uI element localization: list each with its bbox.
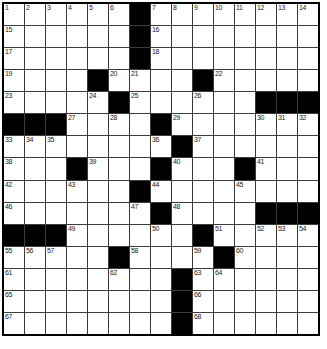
cell-r1c1[interactable]: 1	[4, 4, 24, 25]
cell-r11c15[interactable]: 54	[298, 225, 318, 246]
cell-r15c13[interactable]	[256, 313, 276, 334]
clue-number-11: 11	[236, 4, 243, 12]
cell-r11c7[interactable]	[130, 225, 150, 246]
clue-number-39: 39	[89, 158, 96, 166]
cell-r2c5[interactable]	[88, 26, 108, 47]
clue-number-25: 25	[131, 92, 138, 100]
cell-r8c5[interactable]: 39	[88, 158, 108, 179]
cell-r8c11[interactable]	[214, 158, 234, 179]
cell-r11c12[interactable]	[235, 225, 255, 246]
cell-r1c10[interactable]: 9	[193, 4, 213, 25]
cell-r13c6[interactable]: 62	[109, 269, 129, 290]
block-cell-r11c2	[25, 225, 45, 246]
cell-r10c4[interactable]	[67, 203, 87, 224]
clue-number-31: 31	[278, 114, 285, 122]
clue-number-12: 12	[257, 4, 264, 12]
block-cell-r10c15	[298, 203, 318, 224]
clue-number-34: 34	[26, 136, 33, 144]
cell-r1c4[interactable]: 4	[67, 4, 87, 25]
cell-r14c5[interactable]	[88, 291, 108, 312]
cell-r3c15[interactable]	[298, 48, 318, 69]
cell-r4c14[interactable]	[277, 70, 297, 91]
clue-number-16: 16	[152, 26, 159, 34]
cell-r13c5[interactable]	[88, 269, 108, 290]
cell-r8c3[interactable]	[46, 158, 66, 179]
block-cell-r8c8	[151, 158, 171, 179]
cell-r3c2[interactable]	[25, 48, 45, 69]
cell-r4c6[interactable]: 20	[109, 70, 129, 91]
cell-r10c1[interactable]: 46	[4, 203, 24, 224]
clue-number-66: 66	[194, 291, 201, 299]
cell-r1c2[interactable]: 2	[25, 4, 45, 25]
clue-number-10: 10	[215, 4, 222, 12]
cell-r1c8[interactable]: 7	[151, 4, 171, 25]
cell-r13c11[interactable]: 64	[214, 269, 234, 290]
cell-r12c12[interactable]: 60	[235, 247, 255, 268]
cell-r10c7[interactable]: 47	[130, 203, 150, 224]
cell-r1c13[interactable]: 12	[256, 4, 276, 25]
cell-r15c11[interactable]	[214, 313, 234, 334]
cell-r8c7[interactable]	[130, 158, 150, 179]
cell-r5c3[interactable]	[46, 92, 66, 113]
cell-r12c9[interactable]	[172, 247, 192, 268]
cell-r1c12[interactable]: 11	[235, 4, 255, 25]
clue-number-13: 13	[278, 4, 285, 12]
cell-r12c13[interactable]	[256, 247, 276, 268]
cell-r10c11[interactable]	[214, 203, 234, 224]
clue-number-19: 19	[5, 70, 12, 78]
cell-r7c15[interactable]	[298, 136, 318, 157]
cell-r9c15[interactable]	[298, 181, 318, 202]
cell-r4c9[interactable]	[172, 70, 192, 91]
cell-r14c13[interactable]	[256, 291, 276, 312]
cell-r10c5[interactable]	[88, 203, 108, 224]
clue-number-68: 68	[194, 313, 201, 321]
cell-r12c5[interactable]	[88, 247, 108, 268]
cell-r13c13[interactable]	[256, 269, 276, 290]
clue-number-23: 23	[5, 92, 12, 100]
cell-r15c1[interactable]: 67	[4, 313, 24, 334]
cell-r11c6[interactable]	[109, 225, 129, 246]
cell-r2c15[interactable]	[298, 26, 318, 47]
cell-r2c1[interactable]: 15	[4, 26, 24, 47]
cell-r8c6[interactable]	[109, 158, 129, 179]
block-cell-r6c1	[4, 114, 24, 135]
cell-r14c10[interactable]: 66	[193, 291, 213, 312]
cell-r8c1[interactable]: 38	[4, 158, 24, 179]
cell-r2c10[interactable]	[193, 26, 213, 47]
clue-number-9: 9	[194, 4, 198, 12]
cell-r13c3[interactable]	[46, 269, 66, 290]
cell-r5c5[interactable]: 24	[88, 92, 108, 113]
cell-r12c4[interactable]	[67, 247, 87, 268]
clue-number-52: 52	[257, 225, 264, 233]
cell-r11c8[interactable]: 50	[151, 225, 171, 246]
cell-r1c14[interactable]: 13	[277, 4, 297, 25]
cell-r13c8[interactable]	[151, 269, 171, 290]
block-cell-r7c9	[172, 136, 192, 157]
cell-r8c10[interactable]	[193, 158, 213, 179]
cell-r4c7[interactable]: 21	[130, 70, 150, 91]
cell-r15c6[interactable]	[109, 313, 129, 334]
clue-number-41: 41	[257, 158, 264, 166]
cell-r14c6[interactable]	[109, 291, 129, 312]
cell-r4c3[interactable]	[46, 70, 66, 91]
cell-r6c13[interactable]: 30	[256, 114, 276, 135]
clue-number-36: 36	[152, 136, 159, 144]
cell-r2c14[interactable]	[277, 26, 297, 47]
cell-r13c2[interactable]	[25, 269, 45, 290]
cell-r10c6[interactable]	[109, 203, 129, 224]
cell-r10c9[interactable]: 48	[172, 203, 192, 224]
clue-number-51: 51	[215, 225, 222, 233]
cell-r7c1[interactable]: 33	[4, 136, 24, 157]
clue-number-3: 3	[47, 4, 51, 12]
clue-number-49: 49	[68, 225, 75, 233]
clue-number-4: 4	[68, 4, 72, 12]
cell-r10c2[interactable]	[25, 203, 45, 224]
block-cell-r15c9	[172, 313, 192, 334]
block-cell-r8c4	[67, 158, 87, 179]
clue-number-58: 58	[131, 247, 138, 255]
block-cell-r4c10	[193, 70, 213, 91]
cell-r3c11[interactable]	[214, 48, 234, 69]
clue-number-37: 37	[194, 136, 201, 144]
clue-number-56: 56	[26, 247, 33, 255]
cell-r9c1[interactable]: 42	[4, 181, 24, 202]
cell-r14c1[interactable]: 65	[4, 291, 24, 312]
block-cell-r5c6	[109, 92, 129, 113]
block-cell-r6c8	[151, 114, 171, 135]
cell-r3c10[interactable]	[193, 48, 213, 69]
clue-number-65: 65	[5, 291, 12, 299]
cell-r14c2[interactable]	[25, 291, 45, 312]
clue-number-17: 17	[5, 48, 12, 56]
cell-r11c14[interactable]: 53	[277, 225, 297, 246]
clue-number-59: 59	[194, 247, 201, 255]
clue-number-29: 29	[173, 114, 180, 122]
cell-r9c4[interactable]: 43	[67, 181, 87, 202]
clue-number-64: 64	[215, 269, 222, 277]
block-cell-r14c9	[172, 291, 192, 312]
clue-number-60: 60	[236, 247, 243, 255]
block-cell-r6c3	[46, 114, 66, 135]
cell-r2c3[interactable]	[46, 26, 66, 47]
cell-r15c5[interactable]	[88, 313, 108, 334]
cell-r15c12[interactable]	[235, 313, 255, 334]
cell-r12c7[interactable]: 58	[130, 247, 150, 268]
block-cell-r3c7	[130, 48, 150, 69]
cell-r9c8[interactable]: 44	[151, 181, 171, 202]
block-cell-r13c9	[172, 269, 192, 290]
cell-r6c6[interactable]: 28	[109, 114, 129, 135]
cell-r7c6[interactable]	[109, 136, 129, 157]
cell-r12c8[interactable]	[151, 247, 171, 268]
cell-r14c3[interactable]	[46, 291, 66, 312]
cell-r9c9[interactable]	[172, 181, 192, 202]
block-cell-r2c7	[130, 26, 150, 47]
cell-r5c7[interactable]: 25	[130, 92, 150, 113]
cell-r6c15[interactable]: 32	[298, 114, 318, 135]
clue-number-33: 33	[5, 136, 12, 144]
clue-number-62: 62	[110, 269, 117, 277]
cell-r9c14[interactable]	[277, 181, 297, 202]
block-cell-r1c7	[130, 4, 150, 25]
cell-r13c10[interactable]: 63	[193, 269, 213, 290]
clue-number-5: 5	[89, 4, 93, 12]
block-cell-r11c3	[46, 225, 66, 246]
cell-r13c4[interactable]	[67, 269, 87, 290]
cell-r15c2[interactable]	[25, 313, 45, 334]
clue-number-55: 55	[5, 247, 12, 255]
block-cell-r5c14	[277, 92, 297, 113]
cell-r1c5[interactable]: 5	[88, 4, 108, 25]
cell-r12c10[interactable]: 59	[193, 247, 213, 268]
cell-r9c6[interactable]	[109, 181, 129, 202]
block-cell-r5c13	[256, 92, 276, 113]
cell-r6c7[interactable]	[130, 114, 150, 135]
clue-number-38: 38	[5, 158, 12, 166]
crossword-grid: 1234567891011121314151617181920212223242…	[2, 2, 320, 336]
cell-r8c13[interactable]: 41	[256, 158, 276, 179]
cell-r11c4[interactable]: 49	[67, 225, 87, 246]
cell-r7c10[interactable]: 37	[193, 136, 213, 157]
cell-r11c9[interactable]	[172, 225, 192, 246]
cell-r3c13[interactable]	[256, 48, 276, 69]
clue-number-7: 7	[152, 4, 156, 12]
block-cell-r11c10	[193, 225, 213, 246]
cell-r5c11[interactable]	[214, 92, 234, 113]
cell-r15c14[interactable]	[277, 313, 297, 334]
cell-r14c8[interactable]	[151, 291, 171, 312]
clue-number-26: 26	[194, 92, 201, 100]
clue-number-1: 1	[5, 4, 9, 12]
clue-number-18: 18	[152, 48, 159, 56]
cell-r10c12[interactable]	[235, 203, 255, 224]
cell-r8c15[interactable]	[298, 158, 318, 179]
clue-number-50: 50	[152, 225, 159, 233]
clue-number-57: 57	[47, 247, 54, 255]
block-cell-r9c7	[130, 181, 150, 202]
cell-r3c4[interactable]	[67, 48, 87, 69]
clue-number-63: 63	[194, 269, 201, 277]
cell-r9c10[interactable]	[193, 181, 213, 202]
cell-r2c4[interactable]	[67, 26, 87, 47]
cell-r8c2[interactable]	[25, 158, 45, 179]
clue-number-14: 14	[299, 4, 306, 12]
clue-number-32: 32	[299, 114, 306, 122]
block-cell-r10c14	[277, 203, 297, 224]
cell-r15c7[interactable]	[130, 313, 150, 334]
cell-r6c9[interactable]: 29	[172, 114, 192, 135]
cell-r7c13[interactable]	[256, 136, 276, 157]
cell-r12c14[interactable]	[277, 247, 297, 268]
cell-r4c4[interactable]	[67, 70, 87, 91]
cell-r5c2[interactable]	[25, 92, 45, 113]
cell-r12c3[interactable]: 57	[46, 247, 66, 268]
cell-r4c1[interactable]: 19	[4, 70, 24, 91]
cell-r13c1[interactable]: 61	[4, 269, 24, 290]
cell-r1c9[interactable]: 8	[172, 4, 192, 25]
cell-r15c3[interactable]	[46, 313, 66, 334]
cell-r3c5[interactable]	[88, 48, 108, 69]
cell-r1c15[interactable]: 14	[298, 4, 318, 25]
cell-r9c5[interactable]	[88, 181, 108, 202]
clue-number-48: 48	[173, 203, 180, 211]
block-cell-r10c13	[256, 203, 276, 224]
clue-number-21: 21	[131, 70, 138, 78]
cell-r6c4[interactable]: 27	[67, 114, 87, 135]
cell-r5c8[interactable]	[151, 92, 171, 113]
block-cell-r4c5	[88, 70, 108, 91]
clue-number-61: 61	[5, 269, 12, 277]
cell-r15c4[interactable]	[67, 313, 87, 334]
cell-r9c12[interactable]: 45	[235, 181, 255, 202]
cell-r12c1[interactable]: 55	[4, 247, 24, 268]
cell-r3c1[interactable]: 17	[4, 48, 24, 69]
clue-number-30: 30	[257, 114, 264, 122]
cell-r9c11[interactable]	[214, 181, 234, 202]
cell-r5c1[interactable]: 23	[4, 92, 24, 113]
clue-number-35: 35	[47, 136, 54, 144]
cell-r3c14[interactable]	[277, 48, 297, 69]
clue-number-22: 22	[215, 70, 222, 78]
cell-r3c6[interactable]	[109, 48, 129, 69]
clue-number-46: 46	[5, 203, 12, 211]
cell-r10c3[interactable]	[46, 203, 66, 224]
cell-r15c15[interactable]	[298, 313, 318, 334]
cell-r15c8[interactable]	[151, 313, 171, 334]
cell-r7c8[interactable]: 36	[151, 136, 171, 157]
cell-r4c8[interactable]	[151, 70, 171, 91]
cell-r1c3[interactable]: 3	[46, 4, 66, 25]
cell-r1c11[interactable]: 10	[214, 4, 234, 25]
clue-number-2: 2	[26, 4, 30, 12]
cell-r7c2[interactable]: 34	[25, 136, 45, 157]
cell-r4c13[interactable]	[256, 70, 276, 91]
cell-r13c14[interactable]	[277, 269, 297, 290]
clue-number-27: 27	[68, 114, 75, 122]
clue-number-54: 54	[299, 225, 306, 233]
block-cell-r11c1	[4, 225, 24, 246]
cell-r14c4[interactable]	[67, 291, 87, 312]
cell-r9c13[interactable]	[256, 181, 276, 202]
cell-r4c15[interactable]	[298, 70, 318, 91]
block-cell-r10c8	[151, 203, 171, 224]
cell-r7c5[interactable]	[88, 136, 108, 157]
cell-r2c12[interactable]	[235, 26, 255, 47]
cell-r6c5[interactable]	[88, 114, 108, 135]
cell-r11c13[interactable]: 52	[256, 225, 276, 246]
cell-r14c15[interactable]	[298, 291, 318, 312]
cell-r2c2[interactable]	[25, 26, 45, 47]
cell-r5c10[interactable]: 26	[193, 92, 213, 113]
cell-r9c2[interactable]	[25, 181, 45, 202]
clue-number-20: 20	[110, 70, 117, 78]
cell-r7c7[interactable]	[130, 136, 150, 157]
cell-r2c11[interactable]	[214, 26, 234, 47]
cell-r4c11[interactable]: 22	[214, 70, 234, 91]
cell-r15c10[interactable]: 68	[193, 313, 213, 334]
cell-r6c11[interactable]	[214, 114, 234, 135]
clue-number-42: 42	[5, 181, 12, 189]
cell-r11c11[interactable]: 51	[214, 225, 234, 246]
cell-r13c7[interactable]	[130, 269, 150, 290]
cell-r7c11[interactable]	[214, 136, 234, 157]
clue-number-44: 44	[152, 181, 159, 189]
cell-r6c14[interactable]: 31	[277, 114, 297, 135]
clue-number-45: 45	[236, 181, 243, 189]
cell-r7c12[interactable]	[235, 136, 255, 157]
cell-r2c6[interactable]	[109, 26, 129, 47]
clue-number-28: 28	[110, 114, 117, 122]
clue-number-43: 43	[68, 181, 75, 189]
block-cell-r12c6	[109, 247, 129, 268]
cell-r3c9[interactable]	[172, 48, 192, 69]
cell-r4c12[interactable]	[235, 70, 255, 91]
cell-r2c8[interactable]: 16	[151, 26, 171, 47]
cell-r7c3[interactable]: 35	[46, 136, 66, 157]
cell-r6c12[interactable]	[235, 114, 255, 135]
cell-r10c10[interactable]	[193, 203, 213, 224]
cell-r5c9[interactable]	[172, 92, 192, 113]
cell-r7c14[interactable]	[277, 136, 297, 157]
clue-number-53: 53	[278, 225, 285, 233]
cell-r3c8[interactable]: 18	[151, 48, 171, 69]
cell-r13c15[interactable]	[298, 269, 318, 290]
clue-number-24: 24	[89, 92, 96, 100]
clue-number-15: 15	[5, 26, 12, 34]
block-cell-r12c11	[214, 247, 234, 268]
cell-r5c12[interactable]	[235, 92, 255, 113]
cell-r6c10[interactable]	[193, 114, 213, 135]
cell-r7c4[interactable]	[67, 136, 87, 157]
block-cell-r5c15	[298, 92, 318, 113]
cell-r14c7[interactable]	[130, 291, 150, 312]
cell-r9c3[interactable]	[46, 181, 66, 202]
cell-r12c15[interactable]	[298, 247, 318, 268]
cell-r4c2[interactable]	[25, 70, 45, 91]
clue-number-67: 67	[5, 313, 12, 321]
cell-r11c5[interactable]	[88, 225, 108, 246]
cell-r5c4[interactable]	[67, 92, 87, 113]
cell-r3c3[interactable]	[46, 48, 66, 69]
clue-number-8: 8	[173, 4, 177, 12]
cell-r2c13[interactable]	[256, 26, 276, 47]
cell-r2c9[interactable]	[172, 26, 192, 47]
cell-r3c12[interactable]	[235, 48, 255, 69]
cell-r14c12[interactable]	[235, 291, 255, 312]
clue-number-40: 40	[173, 158, 180, 166]
cell-r8c9[interactable]: 40	[172, 158, 192, 179]
cell-r12c2[interactable]: 56	[25, 247, 45, 268]
clue-number-47: 47	[131, 203, 138, 211]
cell-r14c14[interactable]	[277, 291, 297, 312]
cell-r8c14[interactable]	[277, 158, 297, 179]
clue-number-6: 6	[110, 4, 114, 12]
cell-r14c11[interactable]	[214, 291, 234, 312]
block-cell-r8c12	[235, 158, 255, 179]
block-cell-r6c2	[25, 114, 45, 135]
cell-r13c12[interactable]	[235, 269, 255, 290]
cell-r1c6[interactable]: 6	[109, 4, 129, 25]
